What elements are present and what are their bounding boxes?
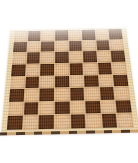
board-square-c6[interactable] [41, 52, 54, 63]
board-square-g4[interactable] [99, 75, 114, 87]
board-square-f2[interactable] [85, 101, 100, 114]
board-square-c2[interactable] [39, 102, 54, 115]
board-square-c1[interactable] [39, 115, 54, 129]
board-square-f5[interactable] [84, 63, 98, 74]
board-square-d8[interactable] [55, 30, 68, 40]
board-square-g8[interactable] [95, 29, 108, 39]
board-square-f4[interactable] [84, 75, 98, 87]
board-square-h6[interactable] [111, 51, 125, 62]
board-square-g6[interactable] [97, 51, 111, 62]
photo-background [0, 0, 138, 163]
board-square-a4[interactable] [10, 76, 25, 88]
board-square-b8[interactable] [28, 31, 41, 41]
board-square-e2[interactable] [70, 101, 85, 114]
board-square-f3[interactable] [85, 88, 100, 100]
board-square-c3[interactable] [40, 88, 54, 100]
board-square-a1[interactable] [7, 116, 23, 130]
board-square-e5[interactable] [69, 63, 83, 74]
board-square-e3[interactable] [70, 88, 84, 100]
board-square-b5[interactable] [26, 64, 40, 75]
board-square-b6[interactable] [26, 53, 40, 64]
board-square-h5[interactable] [112, 62, 127, 73]
board-square-b4[interactable] [25, 76, 39, 88]
board-grid [7, 29, 134, 130]
board-square-c8[interactable] [41, 30, 54, 40]
board-square-h4[interactable] [113, 74, 128, 86]
board-square-c4[interactable] [40, 76, 54, 88]
board-square-e1[interactable] [70, 115, 85, 129]
board-square-d4[interactable] [55, 76, 69, 88]
board-square-c7[interactable] [41, 41, 54, 52]
board-square-e8[interactable] [68, 30, 81, 40]
board-square-d6[interactable] [55, 52, 68, 63]
board-square-f7[interactable] [82, 40, 96, 51]
board-square-a5[interactable] [11, 64, 25, 75]
board-square-e7[interactable] [69, 41, 82, 52]
board-square-h7[interactable] [110, 40, 124, 51]
board-square-d2[interactable] [55, 101, 70, 114]
board-square-f6[interactable] [83, 51, 97, 62]
board-border [1, 27, 138, 134]
board-square-h3[interactable] [115, 87, 130, 99]
board-square-a6[interactable] [12, 53, 26, 64]
board-square-f8[interactable] [82, 30, 95, 40]
board-square-e6[interactable] [69, 52, 83, 63]
board-square-d1[interactable] [55, 115, 70, 129]
board-square-g5[interactable] [98, 63, 112, 74]
board-square-b2[interactable] [24, 102, 39, 115]
board-square-g1[interactable] [102, 114, 118, 128]
board-square-d5[interactable] [55, 63, 69, 74]
board-square-c5[interactable] [40, 64, 54, 75]
board-square-a2[interactable] [8, 102, 23, 115]
board-square-a7[interactable] [13, 42, 27, 53]
board-square-g2[interactable] [101, 100, 116, 113]
board-square-h1[interactable] [117, 114, 133, 128]
board-square-h2[interactable] [116, 100, 132, 113]
board-square-b7[interactable] [27, 41, 40, 52]
board-square-a3[interactable] [9, 89, 24, 102]
checkerboard [1, 27, 138, 134]
board-square-d3[interactable] [55, 88, 69, 100]
board-square-d7[interactable] [55, 41, 68, 52]
board-square-g3[interactable] [100, 87, 115, 99]
board-square-b3[interactable] [24, 89, 39, 101]
board-shadow [4, 133, 134, 135]
board-square-a8[interactable] [14, 31, 27, 41]
board-square-e4[interactable] [69, 75, 83, 87]
board-square-h8[interactable] [109, 29, 123, 39]
board-square-b1[interactable] [23, 116, 38, 130]
board-square-f1[interactable] [86, 114, 102, 128]
board-square-g7[interactable] [96, 40, 110, 51]
